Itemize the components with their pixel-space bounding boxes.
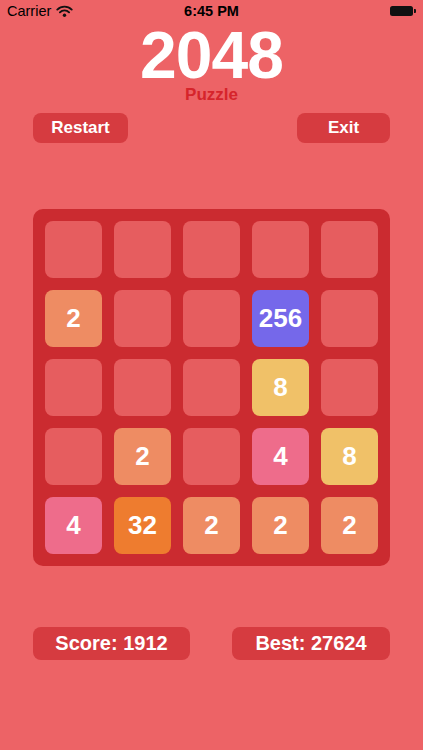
score-display: Score: 1912 (33, 627, 190, 660)
tile-2: 2 (45, 290, 102, 347)
app-screen: Carrier 6:45 PM 2048 Puzzle Restart Exit… (0, 0, 423, 750)
tile-4: 4 (45, 497, 102, 554)
tile-8: 8 (252, 359, 309, 416)
tile-2: 2 (252, 497, 309, 554)
app-subtitle: Puzzle (0, 86, 423, 104)
board[interactable]: 22568248432222 (33, 209, 390, 566)
score-row: Score: 1912 Best: 27624 (0, 627, 423, 660)
empty-cell (183, 290, 240, 347)
empty-cell (114, 290, 171, 347)
tile-256: 256 (252, 290, 309, 347)
empty-cell (321, 290, 378, 347)
empty-cell (45, 428, 102, 485)
tile-2: 2 (114, 428, 171, 485)
status-bar: Carrier 6:45 PM (0, 0, 423, 22)
empty-cell (321, 221, 378, 278)
empty-cell (183, 359, 240, 416)
empty-cell (321, 359, 378, 416)
tile-8: 8 (321, 428, 378, 485)
empty-cell (114, 359, 171, 416)
clock: 6:45 PM (0, 3, 423, 19)
empty-cell (183, 221, 240, 278)
app-title: 2048 (0, 24, 423, 86)
empty-cell (45, 221, 102, 278)
tile-4: 4 (252, 428, 309, 485)
tile-2: 2 (183, 497, 240, 554)
tile-32: 32 (114, 497, 171, 554)
restart-button[interactable]: Restart (33, 113, 128, 143)
empty-cell (252, 221, 309, 278)
battery-icon (390, 6, 416, 16)
empty-cell (114, 221, 171, 278)
tile-2: 2 (321, 497, 378, 554)
control-buttons: Restart Exit (0, 113, 423, 143)
empty-cell (183, 428, 240, 485)
best-score-display: Best: 27624 (232, 627, 390, 660)
empty-cell (45, 359, 102, 416)
exit-button[interactable]: Exit (297, 113, 390, 143)
